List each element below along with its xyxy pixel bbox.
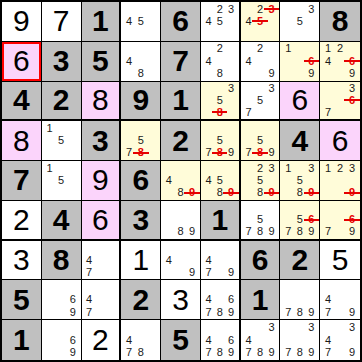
candidate-digit: 9 xyxy=(346,346,358,359)
cell-r3c4[interactable]: 9 xyxy=(121,82,161,122)
candidate-grid: 5789 xyxy=(241,201,280,239)
candidate-digit: 4 xyxy=(243,334,255,347)
candidate-digit: 9 xyxy=(306,346,318,359)
cell-r3c5[interactable]: 1 xyxy=(161,82,201,122)
candidate-grid: 357 xyxy=(241,82,280,120)
candidate-digit: 4 xyxy=(243,55,255,67)
candidate-grid: 5789 xyxy=(241,121,280,160)
cell-r9c8[interactable]: 3789 xyxy=(280,320,320,360)
cell-r6c6[interactable]: 1 xyxy=(201,201,241,241)
candidate-digit: 5 xyxy=(214,135,225,147)
candidate-digit: 9 xyxy=(306,306,318,318)
candidate-digit: 7 xyxy=(322,226,334,238)
candidate-digit: 5 xyxy=(254,94,266,106)
candidate-digit: 2 xyxy=(214,43,225,55)
eliminated-candidate: 9 xyxy=(346,187,358,199)
candidate-digit: 9 xyxy=(306,67,318,79)
cell-r7c7[interactable]: 6 xyxy=(241,241,281,281)
cell-r6c3[interactable]: 6 xyxy=(82,201,122,241)
candidate-digit: 4 xyxy=(123,15,135,27)
candidate-digit: 8 xyxy=(135,67,147,79)
cell-r2c6[interactable]: 248 xyxy=(201,42,241,82)
candidate-grid: 1239 xyxy=(320,161,360,200)
candidate-digit: 1 xyxy=(322,43,334,55)
given-digit: 7 xyxy=(13,165,30,195)
solved-digit: 2 xyxy=(13,205,30,235)
candidate-digit: 8 xyxy=(294,306,306,318)
solved-digit: 7 xyxy=(53,6,70,36)
cell-r9c6[interactable]: 46789 xyxy=(201,320,241,360)
cell-r3c3[interactable]: 8 xyxy=(82,82,122,122)
candidate-grid: 367 xyxy=(320,82,360,120)
cell-r4c1[interactable]: 8 xyxy=(2,121,42,161)
cell-r7c2[interactable]: 8 xyxy=(42,241,82,281)
candidate-digit: 9 xyxy=(306,226,318,238)
solved-digit: 2 xyxy=(92,325,109,355)
candidate-digit: 9 xyxy=(225,266,236,278)
candidate-grid: 46789 xyxy=(201,280,239,319)
cell-r5c3[interactable]: 9 xyxy=(82,161,122,201)
candidate-digit: 5 xyxy=(294,15,306,27)
candidate-grid: 15 xyxy=(42,161,81,200)
candidate-grid: 578 xyxy=(121,121,160,160)
candidate-digit: 8 xyxy=(214,67,225,79)
candidate-digit: 7 xyxy=(243,106,255,118)
cell-r3c1[interactable]: 4 xyxy=(2,82,42,122)
eliminated-candidate: 6 xyxy=(346,55,358,67)
candidate-grid: 3789 xyxy=(280,320,319,360)
candidate-digit: 2 xyxy=(254,43,266,55)
candidate-digit: 7 xyxy=(243,346,255,359)
cell-r9c2[interactable]: 69 xyxy=(42,320,82,360)
cell-r7c6[interactable]: 479 xyxy=(201,241,241,281)
candidate-digit: 4 xyxy=(123,334,135,347)
candidate-digit: 5 xyxy=(214,15,225,27)
cell-r2c3[interactable]: 5 xyxy=(82,42,122,82)
cell-r1c1[interactable]: 9 xyxy=(2,2,42,42)
solved-digit: 6 xyxy=(291,85,308,115)
candidate-digit: 9 xyxy=(186,266,198,278)
candidate-digit: 1 xyxy=(282,162,294,174)
given-digit: 3 xyxy=(53,46,70,76)
cell-r2c1[interactable]: 6 xyxy=(2,42,42,82)
candidate-digit: 4 xyxy=(203,334,214,347)
given-digit: 3 xyxy=(132,205,149,235)
cell-r1c5[interactable]: 6 xyxy=(161,2,201,42)
cell-r7c3[interactable]: 47 xyxy=(82,241,122,281)
given-digit: 1 xyxy=(13,325,30,355)
candidate-grid: 249 xyxy=(241,42,280,81)
cell-r6c8[interactable]: 56789 xyxy=(280,201,320,241)
cell-r4c2[interactable]: 15 xyxy=(42,121,82,161)
cell-r1c7[interactable]: 2345 xyxy=(241,2,281,42)
cell-r7c1[interactable]: 3 xyxy=(2,241,42,281)
given-digit: 5 xyxy=(13,285,30,315)
candidate-digit: 9 xyxy=(225,147,236,159)
cell-r4c6[interactable]: 5789 xyxy=(201,121,241,161)
eliminated-candidate: 9 xyxy=(186,187,198,199)
candidate-digit: 5 xyxy=(254,214,266,226)
given-digit: 2 xyxy=(172,126,189,156)
candidate-digit: 8 xyxy=(214,346,225,359)
cell-r1c4[interactable]: 45 xyxy=(121,2,161,42)
candidate-grid: 248 xyxy=(201,42,239,81)
candidate-digit: 2 xyxy=(334,43,346,55)
candidate-digit: 7 xyxy=(203,306,214,318)
cell-r5c1[interactable]: 7 xyxy=(2,161,42,201)
cell-r5c7[interactable]: 23589 xyxy=(241,161,281,201)
cell-r4c3[interactable]: 3 xyxy=(82,121,122,161)
cell-r5c4[interactable]: 6 xyxy=(121,161,161,201)
solved-digit: 9 xyxy=(92,165,109,195)
cell-r3c8[interactable]: 6 xyxy=(280,82,320,122)
candidate-digit: 5 xyxy=(254,174,266,186)
candidate-grid: 169 xyxy=(280,42,319,81)
candidate-grid: 15 xyxy=(42,121,81,160)
candidate-grid: 46789 xyxy=(201,320,239,360)
candidate-digit: 7 xyxy=(322,346,334,359)
candidate-digit: 3 xyxy=(266,83,278,95)
given-digit: 7 xyxy=(172,46,189,76)
candidate-digit: 9 xyxy=(266,67,278,79)
cell-r7c8[interactable]: 2 xyxy=(280,241,320,281)
given-digit: 6 xyxy=(172,6,189,36)
candidate-grid: 13589 xyxy=(280,161,319,200)
cell-r2c9[interactable]: 12469 xyxy=(320,42,360,82)
cell-r5c9[interactable]: 1239 xyxy=(320,161,360,201)
candidate-grid: 489 xyxy=(161,161,200,200)
candidate-digit: 7 xyxy=(282,226,294,238)
candidate-digit: 6 xyxy=(225,334,236,347)
cell-r9c7[interactable]: 34789 xyxy=(241,320,281,360)
given-digit: 2 xyxy=(132,285,149,315)
cell-r5c2[interactable]: 15 xyxy=(42,161,82,201)
cell-r2c8[interactable]: 169 xyxy=(280,42,320,82)
candidate-grid: 3479 xyxy=(320,320,360,360)
candidate-digit: 3 xyxy=(225,83,236,95)
candidate-digit: 3 xyxy=(346,321,358,334)
candidate-digit: 9 xyxy=(67,306,79,318)
cell-r1c3[interactable]: 1 xyxy=(82,2,122,42)
candidate-digit: 8 xyxy=(254,226,266,238)
candidate-digit: 7 xyxy=(322,306,334,318)
cell-r2c5[interactable]: 7 xyxy=(161,42,201,82)
cell-r5c8[interactable]: 13589 xyxy=(280,161,320,201)
candidate-digit: 4 xyxy=(322,294,334,306)
cell-r8c3[interactable]: 47 xyxy=(82,280,122,320)
eliminated-candidate: 9 xyxy=(266,187,278,199)
eliminated-candidate: 8 xyxy=(214,106,225,118)
cell-r1c9[interactable]: 8 xyxy=(320,2,360,42)
candidate-digit: 3 xyxy=(306,321,318,334)
candidate-digit: 5 xyxy=(214,94,225,106)
candidate-digit: 4 xyxy=(163,174,175,186)
solved-digit: 1 xyxy=(132,245,149,275)
candidate-digit: 7 xyxy=(84,306,95,318)
candidate-digit: 3 xyxy=(266,321,278,334)
cell-r5c6[interactable]: 4589 xyxy=(201,161,241,201)
candidate-digit: 6 xyxy=(67,294,79,306)
candidate-digit: 3 xyxy=(306,3,318,15)
given-digit: 1 xyxy=(172,85,189,115)
candidate-grid: 2345 xyxy=(241,2,280,41)
candidate-digit: 3 xyxy=(346,162,358,174)
candidate-digit: 8 xyxy=(175,226,187,238)
candidate-digit: 5 xyxy=(254,135,266,147)
cell-r7c4[interactable]: 1 xyxy=(121,241,161,281)
candidate-grid: 679 xyxy=(320,201,360,239)
solved-digit: 8 xyxy=(13,126,30,156)
candidate-grid: 2345 xyxy=(201,2,239,41)
candidate-digit: 5 xyxy=(55,135,67,147)
candidate-grid: 358 xyxy=(201,82,239,120)
candidate-digit: 9 xyxy=(266,346,278,359)
candidate-digit: 8 xyxy=(294,346,306,359)
candidate-grid: 48 xyxy=(121,42,160,81)
given-digit: 3 xyxy=(92,126,109,156)
cell-r8c8[interactable]: 789 xyxy=(280,280,320,320)
eliminated-candidate: 5 xyxy=(254,15,266,27)
candidate-digit: 4 xyxy=(322,55,334,67)
candidate-digit: 6 xyxy=(67,334,79,347)
candidate-digit: 4 xyxy=(203,55,214,67)
candidate-grid: 56789 xyxy=(280,201,319,239)
candidate-grid: 35 xyxy=(280,2,319,41)
given-digit: 1 xyxy=(252,285,269,315)
cell-r3c7[interactable]: 357 xyxy=(241,82,281,122)
cell-r2c7[interactable]: 249 xyxy=(241,42,281,82)
candidate-digit: 4 xyxy=(84,294,95,306)
cell-r3c2[interactable]: 2 xyxy=(42,82,82,122)
cell-r3c6[interactable]: 358 xyxy=(201,82,241,122)
candidate-digit: 3 xyxy=(346,83,358,95)
candidate-digit: 4 xyxy=(203,294,214,306)
candidate-grid: 47 xyxy=(82,280,120,319)
eliminated-candidate: 6 xyxy=(306,55,318,67)
candidate-grid: 789 xyxy=(280,280,319,319)
candidate-digit: 1 xyxy=(322,162,334,174)
candidate-grid: 47 xyxy=(82,241,120,280)
candidate-digit: 3 xyxy=(306,162,318,174)
candidate-digit: 9 xyxy=(346,226,358,238)
given-digit: 6 xyxy=(252,245,269,275)
cell-r1c2[interactable]: 7 xyxy=(42,2,82,42)
candidate-digit: 8 xyxy=(214,306,225,318)
candidate-digit: 4 xyxy=(163,254,175,266)
eliminated-candidate: 8 xyxy=(214,147,225,159)
given-digit: 5 xyxy=(172,325,189,355)
cell-r9c5[interactable]: 5 xyxy=(161,320,201,360)
candidate-digit: 4 xyxy=(322,334,334,347)
cell-r6c7[interactable]: 5789 xyxy=(241,201,281,241)
solved-digit: 5 xyxy=(332,245,349,275)
given-digit: 6 xyxy=(132,165,149,195)
given-digit: 8 xyxy=(332,6,349,36)
candidate-digit: 7 xyxy=(203,266,214,278)
eliminated-candidate: 8 xyxy=(135,147,147,159)
candidate-digit: 9 xyxy=(225,306,236,318)
candidate-grid: 49 xyxy=(161,241,200,280)
solved-digit: 6 xyxy=(332,126,349,156)
candidate-grid: 34789 xyxy=(241,320,280,360)
cell-r8c6[interactable]: 46789 xyxy=(201,280,241,320)
candidate-digit: 3 xyxy=(225,3,236,15)
given-digit: 4 xyxy=(53,205,70,235)
candidate-digit: 1 xyxy=(44,162,56,174)
candidate-digit: 9 xyxy=(67,346,79,359)
solved-digit: 6 xyxy=(92,205,109,235)
cell-r3c9[interactable]: 367 xyxy=(320,82,360,122)
candidate-grid: 89 xyxy=(161,201,200,239)
candidate-digit: 8 xyxy=(294,226,306,238)
cell-r8c1[interactable]: 5 xyxy=(2,280,42,320)
candidate-digit: 8 xyxy=(135,346,147,359)
candidate-digit: 9 xyxy=(186,226,198,238)
candidate-grid: 12469 xyxy=(320,42,360,81)
candidate-digit: 7 xyxy=(203,346,214,359)
candidate-digit: 9 xyxy=(346,306,358,318)
candidate-digit: 9 xyxy=(346,67,358,79)
candidate-grid: 4589 xyxy=(201,161,239,200)
sudoku-board: 9714562345234535863548724824916912469428… xyxy=(0,0,362,362)
cell-r5c5[interactable]: 489 xyxy=(161,161,201,201)
cell-r9c3[interactable]: 2 xyxy=(82,320,122,360)
candidate-digit: 7 xyxy=(123,346,135,359)
candidate-digit: 4 xyxy=(203,254,214,266)
cell-r9c4[interactable]: 478 xyxy=(121,320,161,360)
candidate-digit: 9 xyxy=(266,226,278,238)
cell-r1c8[interactable]: 35 xyxy=(280,2,320,42)
candidate-digit: 5 xyxy=(135,135,147,147)
cell-r4c4[interactable]: 578 xyxy=(121,121,161,161)
given-digit: 2 xyxy=(291,245,308,275)
candidate-digit: 4 xyxy=(203,174,214,186)
given-digit: 4 xyxy=(291,126,308,156)
candidate-digit: 4 xyxy=(123,55,135,67)
cell-r2c4[interactable]: 48 xyxy=(121,42,161,82)
candidate-grid: 479 xyxy=(320,280,360,319)
eliminated-candidate: 9 xyxy=(225,187,236,199)
cell-r4c7[interactable]: 5789 xyxy=(241,121,281,161)
candidate-grid: 478 xyxy=(121,320,160,360)
given-digit: 8 xyxy=(53,245,70,275)
candidate-grid: 69 xyxy=(42,280,81,319)
candidate-digit: 3 xyxy=(266,162,278,174)
given-digit: 2 xyxy=(53,85,70,115)
cell-r8c9[interactable]: 479 xyxy=(320,280,360,320)
candidate-digit: 9 xyxy=(266,147,278,159)
cell-r9c9[interactable]: 3479 xyxy=(320,320,360,360)
candidate-digit: 9 xyxy=(225,346,236,359)
cell-r4c5[interactable]: 2 xyxy=(161,121,201,161)
candidate-grid: 23589 xyxy=(241,161,280,200)
candidate-grid: 45 xyxy=(121,2,160,41)
candidate-digit: 5 xyxy=(135,15,147,27)
candidate-grid: 69 xyxy=(42,320,81,360)
cell-r4c8[interactable]: 4 xyxy=(280,121,320,161)
solved-digit: 3 xyxy=(172,285,189,315)
cell-r6c9[interactable]: 679 xyxy=(320,201,360,241)
cell-r4c9[interactable]: 6 xyxy=(320,121,360,161)
candidate-digit: 4 xyxy=(203,15,214,27)
cell-r6c2[interactable]: 4 xyxy=(42,201,82,241)
candidate-digit: 2 xyxy=(214,3,225,15)
eliminated-candidate: 6 xyxy=(346,94,358,106)
cell-r8c5[interactable]: 3 xyxy=(161,280,201,320)
cell-r6c5[interactable]: 89 xyxy=(161,201,201,241)
candidate-digit: 7 xyxy=(243,226,255,238)
candidate-digit: 7 xyxy=(282,346,294,359)
cell-r6c4[interactable]: 3 xyxy=(121,201,161,241)
candidate-digit: 1 xyxy=(44,122,56,134)
given-digit: 1 xyxy=(92,6,109,36)
candidate-digit: 8 xyxy=(254,346,266,359)
given-digit: 9 xyxy=(132,85,149,115)
cell-r9c1[interactable]: 1 xyxy=(2,320,42,360)
solved-digit: 8 xyxy=(92,85,109,115)
cell-r6c1[interactable]: 2 xyxy=(2,201,42,241)
candidate-digit: 4 xyxy=(84,254,95,266)
solved-digit: 9 xyxy=(13,6,30,36)
candidate-grid: 5789 xyxy=(201,121,239,160)
given-digit: 5 xyxy=(92,46,109,76)
cell-r7c5[interactable]: 49 xyxy=(161,241,201,281)
candidate-digit: 7 xyxy=(84,266,95,278)
candidate-grid: 479 xyxy=(201,241,239,280)
cell-r8c4[interactable]: 2 xyxy=(121,280,161,320)
eliminated-candidate: 6 xyxy=(346,214,358,226)
candidate-digit: 5 xyxy=(294,174,306,186)
solved-digit: 6 xyxy=(13,46,30,76)
candidate-digit: 1 xyxy=(282,43,294,55)
given-digit: 1 xyxy=(211,205,228,235)
eliminated-candidate: 3 xyxy=(266,3,278,15)
candidate-digit: 6 xyxy=(225,294,236,306)
cell-r7c9[interactable]: 5 xyxy=(320,241,360,281)
candidate-digit: 5 xyxy=(55,174,67,186)
candidate-digit: 7 xyxy=(282,306,294,318)
cell-r8c7[interactable]: 1 xyxy=(241,280,281,320)
eliminated-candidate: 9 xyxy=(306,187,318,199)
candidate-digit: 5 xyxy=(214,174,225,186)
eliminated-candidate: 6 xyxy=(306,214,318,226)
cell-r1c6[interactable]: 2345 xyxy=(201,2,241,42)
given-digit: 4 xyxy=(13,85,30,115)
cell-r2c2[interactable]: 3 xyxy=(42,42,82,82)
solved-digit: 3 xyxy=(13,245,30,275)
candidate-digit: 2 xyxy=(254,162,266,174)
cell-r8c2[interactable]: 69 xyxy=(42,280,82,320)
eliminated-candidate: 8 xyxy=(254,147,266,159)
candidate-digit: 2 xyxy=(334,162,346,174)
candidate-digit: 7 xyxy=(322,106,334,118)
